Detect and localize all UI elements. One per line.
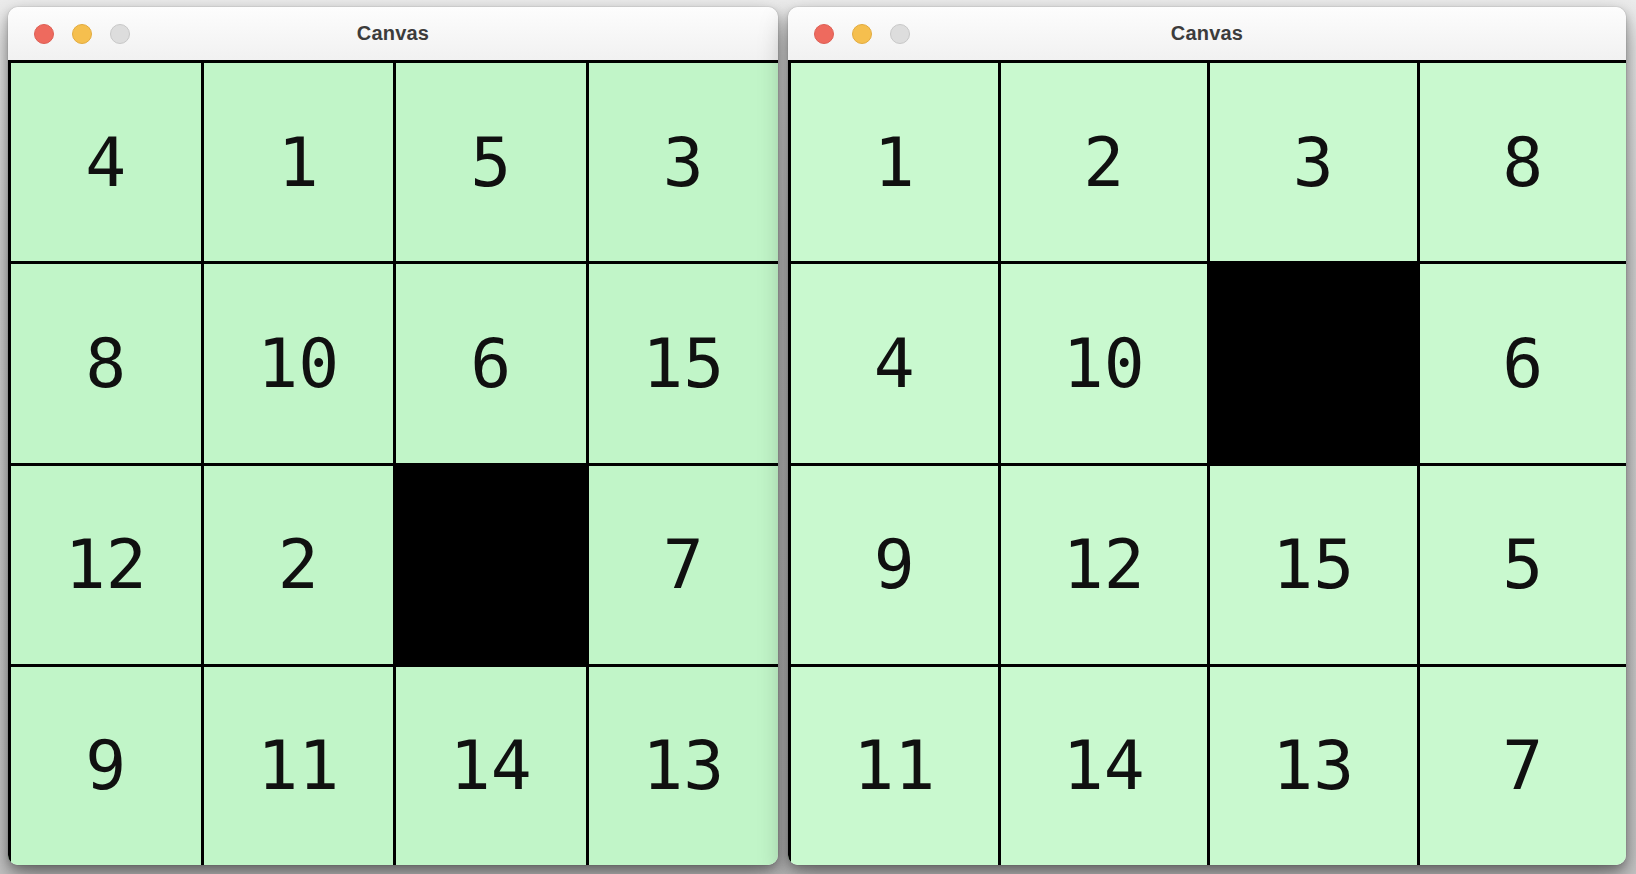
tile-12[interactable]: 12 (8, 463, 201, 664)
tile-14[interactable]: 14 (393, 664, 586, 865)
traffic-lights (34, 7, 130, 60)
tile-6[interactable]: 6 (1417, 261, 1627, 462)
tile-8[interactable]: 8 (8, 261, 201, 462)
tile-9[interactable]: 9 (8, 664, 201, 865)
tile-13[interactable]: 13 (1207, 664, 1417, 865)
tile-15[interactable]: 15 (1207, 463, 1417, 664)
minimize-button[interactable] (72, 24, 92, 44)
tile-11[interactable]: 11 (788, 664, 998, 865)
window-right: Canvas 123841069121551114137 (788, 7, 1626, 865)
tile-14[interactable]: 14 (998, 664, 1208, 865)
empty-space (1207, 261, 1417, 462)
tile-11[interactable]: 11 (201, 664, 394, 865)
tile-13[interactable]: 13 (586, 664, 779, 865)
close-button[interactable] (814, 24, 834, 44)
tile-9[interactable]: 9 (788, 463, 998, 664)
traffic-lights (814, 7, 910, 60)
tile-5[interactable]: 5 (1417, 463, 1627, 664)
tile-12[interactable]: 12 (998, 463, 1208, 664)
window-title: Canvas (357, 22, 429, 45)
zoom-button[interactable] (110, 24, 130, 44)
tile-1[interactable]: 1 (201, 60, 394, 261)
tile-7[interactable]: 7 (1417, 664, 1627, 865)
minimize-button[interactable] (852, 24, 872, 44)
puzzle-board-left: 415381061512279111413 (8, 60, 778, 865)
window-left: Canvas 415381061512279111413 (8, 7, 778, 865)
tile-1[interactable]: 1 (788, 60, 998, 261)
tile-3[interactable]: 3 (586, 60, 779, 261)
tile-6[interactable]: 6 (393, 261, 586, 462)
titlebar-right[interactable]: Canvas (788, 7, 1626, 60)
tile-3[interactable]: 3 (1207, 60, 1417, 261)
empty-space (393, 463, 586, 664)
tile-8[interactable]: 8 (1417, 60, 1627, 261)
puzzle-board-right: 123841069121551114137 (788, 60, 1626, 865)
zoom-button[interactable] (890, 24, 910, 44)
close-button[interactable] (34, 24, 54, 44)
window-title: Canvas (1171, 22, 1243, 45)
desktop-background: Canvas 415381061512279111413 Canvas 1238… (0, 0, 1636, 874)
titlebar-left[interactable]: Canvas (8, 7, 778, 60)
tile-10[interactable]: 10 (201, 261, 394, 462)
tile-2[interactable]: 2 (998, 60, 1208, 261)
tile-4[interactable]: 4 (788, 261, 998, 462)
tile-2[interactable]: 2 (201, 463, 394, 664)
tile-4[interactable]: 4 (8, 60, 201, 261)
tile-10[interactable]: 10 (998, 261, 1208, 462)
tile-7[interactable]: 7 (586, 463, 779, 664)
tile-5[interactable]: 5 (393, 60, 586, 261)
tile-15[interactable]: 15 (586, 261, 779, 462)
